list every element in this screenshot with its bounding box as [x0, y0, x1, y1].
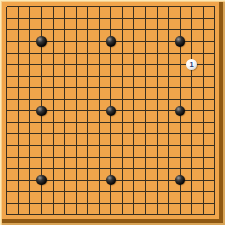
board-point[interactable]: [1, 128, 13, 140]
board-point[interactable]: [93, 59, 105, 71]
board-point[interactable]: [13, 47, 25, 59]
board-point[interactable]: [140, 186, 152, 198]
board-point[interactable]: [117, 186, 129, 198]
board-point[interactable]: [24, 140, 36, 152]
board-point[interactable]: [82, 36, 94, 48]
board-point[interactable]: [140, 163, 152, 175]
board-point[interactable]: [128, 140, 140, 152]
board-point[interactable]: [36, 24, 48, 36]
board-point[interactable]: [82, 93, 94, 105]
board-point[interactable]: [82, 197, 94, 209]
board-point[interactable]: [174, 140, 186, 152]
board-point[interactable]: [82, 82, 94, 94]
board-point[interactable]: [36, 82, 48, 94]
board-point[interactable]: [151, 82, 163, 94]
board-point[interactable]: [140, 13, 152, 25]
board-point[interactable]: [13, 140, 25, 152]
board-point[interactable]: [174, 59, 186, 71]
board-point[interactable]: [209, 82, 221, 94]
board-point[interactable]: [105, 105, 117, 117]
board-point[interactable]: [59, 36, 71, 48]
board-point[interactable]: [209, 209, 221, 221]
board-point[interactable]: [186, 70, 198, 82]
board-point[interactable]: [128, 128, 140, 140]
board-point[interactable]: [117, 70, 129, 82]
board-point[interactable]: [163, 209, 175, 221]
board-point[interactable]: [70, 13, 82, 25]
board-point[interactable]: [117, 163, 129, 175]
board-point[interactable]: [140, 36, 152, 48]
board-point[interactable]: [59, 82, 71, 94]
board-point[interactable]: [209, 151, 221, 163]
board-point[interactable]: [13, 151, 25, 163]
board-point[interactable]: [197, 209, 209, 221]
board-point[interactable]: [24, 197, 36, 209]
board-point[interactable]: [174, 128, 186, 140]
board-point[interactable]: [1, 151, 13, 163]
board-point[interactable]: [151, 105, 163, 117]
board-point[interactable]: [186, 186, 198, 198]
board-point[interactable]: [70, 163, 82, 175]
board-point[interactable]: [59, 117, 71, 129]
board-point[interactable]: [174, 82, 186, 94]
board-point[interactable]: [59, 209, 71, 221]
board-point[interactable]: [59, 59, 71, 71]
board-point[interactable]: [163, 1, 175, 13]
board-point[interactable]: [105, 24, 117, 36]
board-point[interactable]: [197, 59, 209, 71]
board-point[interactable]: [128, 1, 140, 13]
board-point[interactable]: [1, 13, 13, 25]
board-point[interactable]: [36, 93, 48, 105]
board-point[interactable]: [197, 151, 209, 163]
board-point[interactable]: [70, 174, 82, 186]
board-point[interactable]: [82, 117, 94, 129]
board-point[interactable]: [93, 163, 105, 175]
board-point[interactable]: [59, 128, 71, 140]
board-point[interactable]: [128, 197, 140, 209]
board-point[interactable]: [163, 163, 175, 175]
board-point[interactable]: [70, 36, 82, 48]
board-point[interactable]: [82, 163, 94, 175]
board-point[interactable]: [163, 70, 175, 82]
board-point[interactable]: [151, 128, 163, 140]
board-point[interactable]: [117, 209, 129, 221]
board-point[interactable]: [13, 117, 25, 129]
board-point[interactable]: [186, 163, 198, 175]
board-point[interactable]: [105, 128, 117, 140]
board-point[interactable]: [105, 1, 117, 13]
board-point[interactable]: [13, 13, 25, 25]
board-point[interactable]: [93, 47, 105, 59]
board-point[interactable]: [36, 209, 48, 221]
board-point[interactable]: [197, 163, 209, 175]
board-point[interactable]: [186, 82, 198, 94]
board-point[interactable]: [163, 82, 175, 94]
board-point[interactable]: [36, 59, 48, 71]
board-point[interactable]: [13, 24, 25, 36]
board-point[interactable]: [105, 13, 117, 25]
board-point[interactable]: [174, 174, 186, 186]
board-point[interactable]: [209, 1, 221, 13]
board-point[interactable]: [59, 93, 71, 105]
board-point[interactable]: [163, 36, 175, 48]
board-point[interactable]: [93, 174, 105, 186]
board-point[interactable]: [140, 151, 152, 163]
board-point[interactable]: [186, 24, 198, 36]
board-point[interactable]: [70, 1, 82, 13]
board-point[interactable]: [174, 186, 186, 198]
board-point[interactable]: [93, 140, 105, 152]
board-point[interactable]: [163, 151, 175, 163]
board-point[interactable]: [140, 197, 152, 209]
board-point[interactable]: [70, 209, 82, 221]
board-point[interactable]: [151, 209, 163, 221]
board-point[interactable]: [151, 163, 163, 175]
board-point[interactable]: [70, 186, 82, 198]
board-point[interactable]: [197, 174, 209, 186]
board-point[interactable]: [105, 117, 117, 129]
board-point[interactable]: [59, 70, 71, 82]
board-point[interactable]: [197, 128, 209, 140]
board-point[interactable]: [1, 24, 13, 36]
board-point[interactable]: [174, 151, 186, 163]
board-point[interactable]: [47, 209, 59, 221]
board-point[interactable]: [140, 174, 152, 186]
board-point[interactable]: [1, 186, 13, 198]
board-point[interactable]: [151, 47, 163, 59]
board-point[interactable]: [59, 140, 71, 152]
board-point[interactable]: [93, 209, 105, 221]
board-point[interactable]: [47, 105, 59, 117]
board-point[interactable]: [13, 59, 25, 71]
board-point[interactable]: [105, 82, 117, 94]
board-point[interactable]: [24, 82, 36, 94]
board-point[interactable]: [186, 117, 198, 129]
board-point[interactable]: [36, 197, 48, 209]
board-point[interactable]: [163, 93, 175, 105]
board-point[interactable]: [13, 70, 25, 82]
board-point[interactable]: [70, 93, 82, 105]
board-point[interactable]: [105, 70, 117, 82]
board-point[interactable]: [36, 105, 48, 117]
board-point[interactable]: [36, 174, 48, 186]
board-point[interactable]: [140, 70, 152, 82]
board-point[interactable]: [93, 13, 105, 25]
board-point[interactable]: [151, 70, 163, 82]
board-point[interactable]: [105, 174, 117, 186]
board-point[interactable]: [1, 47, 13, 59]
board-point[interactable]: [140, 128, 152, 140]
board-point[interactable]: [13, 163, 25, 175]
board-point[interactable]: [59, 105, 71, 117]
board-point[interactable]: [82, 186, 94, 198]
board-point[interactable]: [163, 174, 175, 186]
board-point[interactable]: [70, 140, 82, 152]
board-point[interactable]: [174, 105, 186, 117]
board-point[interactable]: [163, 117, 175, 129]
board-point[interactable]: [47, 128, 59, 140]
board-point[interactable]: [209, 128, 221, 140]
board-point[interactable]: [1, 59, 13, 71]
board-point[interactable]: [59, 174, 71, 186]
board-point[interactable]: [36, 140, 48, 152]
board-point[interactable]: [163, 105, 175, 117]
board-point[interactable]: [93, 197, 105, 209]
board-point[interactable]: [117, 24, 129, 36]
board-point[interactable]: [197, 70, 209, 82]
board-point[interactable]: [105, 59, 117, 71]
board-point[interactable]: [117, 197, 129, 209]
board-point[interactable]: [151, 24, 163, 36]
board-point[interactable]: [140, 209, 152, 221]
board-point[interactable]: [59, 47, 71, 59]
board-point[interactable]: [186, 209, 198, 221]
board-point[interactable]: [47, 70, 59, 82]
board-point[interactable]: [209, 93, 221, 105]
board-point[interactable]: [197, 82, 209, 94]
board-point[interactable]: [163, 13, 175, 25]
board-point[interactable]: [197, 13, 209, 25]
board-point[interactable]: [93, 1, 105, 13]
board-point[interactable]: [1, 209, 13, 221]
board-point[interactable]: [117, 36, 129, 48]
board-point[interactable]: [82, 151, 94, 163]
board-point[interactable]: [209, 197, 221, 209]
board-point[interactable]: [128, 174, 140, 186]
board-point[interactable]: [140, 24, 152, 36]
board-point[interactable]: [117, 59, 129, 71]
board-point[interactable]: [24, 163, 36, 175]
board-point[interactable]: [47, 174, 59, 186]
board-point[interactable]: [93, 24, 105, 36]
board-point[interactable]: [197, 117, 209, 129]
board-point[interactable]: [209, 105, 221, 117]
board-point[interactable]: [128, 82, 140, 94]
board-point[interactable]: [151, 13, 163, 25]
board-point[interactable]: [209, 163, 221, 175]
board-point[interactable]: [93, 36, 105, 48]
board-point[interactable]: [151, 1, 163, 13]
board-point[interactable]: [13, 186, 25, 198]
board-point[interactable]: [13, 197, 25, 209]
board-point[interactable]: [59, 163, 71, 175]
board-point[interactable]: [151, 197, 163, 209]
board-point[interactable]: [82, 24, 94, 36]
board-point[interactable]: [47, 151, 59, 163]
board-point[interactable]: [70, 117, 82, 129]
board-point[interactable]: [93, 186, 105, 198]
board-point[interactable]: [1, 70, 13, 82]
board-point[interactable]: [117, 174, 129, 186]
board-point[interactable]: [93, 70, 105, 82]
board-point[interactable]: [128, 59, 140, 71]
board-point[interactable]: [70, 105, 82, 117]
board-point[interactable]: [163, 47, 175, 59]
board-point[interactable]: [70, 82, 82, 94]
board-point[interactable]: [117, 140, 129, 152]
board-point[interactable]: [163, 128, 175, 140]
board-point[interactable]: [36, 47, 48, 59]
board-point[interactable]: [117, 151, 129, 163]
board-point[interactable]: [128, 93, 140, 105]
board-point[interactable]: [128, 47, 140, 59]
board-point[interactable]: [174, 209, 186, 221]
board-point[interactable]: [82, 1, 94, 13]
board-point[interactable]: [1, 163, 13, 175]
board-point[interactable]: [82, 59, 94, 71]
board-point[interactable]: [209, 174, 221, 186]
board-point[interactable]: [186, 128, 198, 140]
board-point[interactable]: [24, 186, 36, 198]
board-point[interactable]: [36, 36, 48, 48]
board-point[interactable]: [197, 186, 209, 198]
board-point[interactable]: [174, 36, 186, 48]
board-point[interactable]: [47, 197, 59, 209]
board-point[interactable]: [59, 1, 71, 13]
board-point[interactable]: [140, 105, 152, 117]
board-point[interactable]: [59, 24, 71, 36]
board-point[interactable]: [93, 117, 105, 129]
board-point[interactable]: [82, 70, 94, 82]
board-point[interactable]: [36, 70, 48, 82]
board-point[interactable]: [186, 151, 198, 163]
board-point[interactable]: [70, 59, 82, 71]
board-point[interactable]: [128, 24, 140, 36]
board-point[interactable]: [47, 93, 59, 105]
board-point[interactable]: [186, 47, 198, 59]
board-point[interactable]: [209, 24, 221, 36]
board-point[interactable]: [82, 13, 94, 25]
board-point[interactable]: [24, 174, 36, 186]
board-point[interactable]: [197, 93, 209, 105]
board-point[interactable]: [13, 1, 25, 13]
board-point[interactable]: 1: [186, 59, 198, 71]
board-point[interactable]: [209, 36, 221, 48]
board-point[interactable]: [70, 151, 82, 163]
board-point[interactable]: [24, 93, 36, 105]
board-point[interactable]: [13, 82, 25, 94]
board-point[interactable]: [70, 47, 82, 59]
board-point[interactable]: [1, 1, 13, 13]
board-point[interactable]: [36, 186, 48, 198]
board-point[interactable]: [82, 174, 94, 186]
board-point[interactable]: [128, 209, 140, 221]
board-point[interactable]: [36, 13, 48, 25]
board-point[interactable]: [47, 1, 59, 13]
board-point[interactable]: [128, 151, 140, 163]
board-point[interactable]: [209, 117, 221, 129]
board-point[interactable]: [47, 59, 59, 71]
board-point[interactable]: [105, 186, 117, 198]
board-point[interactable]: [24, 13, 36, 25]
board-point[interactable]: [24, 128, 36, 140]
board-point[interactable]: [24, 209, 36, 221]
board-point[interactable]: [128, 13, 140, 25]
board-point[interactable]: [128, 36, 140, 48]
board-point[interactable]: [59, 186, 71, 198]
board-point[interactable]: [82, 128, 94, 140]
board-point[interactable]: [186, 174, 198, 186]
board-point[interactable]: [151, 186, 163, 198]
board-point[interactable]: [82, 209, 94, 221]
board-point[interactable]: [151, 174, 163, 186]
board-point[interactable]: [117, 82, 129, 94]
board-point[interactable]: [93, 151, 105, 163]
board-point[interactable]: [1, 197, 13, 209]
board-point[interactable]: [105, 93, 117, 105]
board-point[interactable]: [186, 1, 198, 13]
board-point[interactable]: [174, 70, 186, 82]
board-point[interactable]: [163, 197, 175, 209]
board-point[interactable]: [24, 24, 36, 36]
board-point[interactable]: [174, 24, 186, 36]
board-point[interactable]: [93, 82, 105, 94]
board-point[interactable]: [163, 186, 175, 198]
board-point[interactable]: [13, 209, 25, 221]
board-point[interactable]: [13, 128, 25, 140]
board-point[interactable]: [47, 140, 59, 152]
board-point[interactable]: [209, 70, 221, 82]
board-point[interactable]: [174, 13, 186, 25]
board-point[interactable]: [117, 117, 129, 129]
board-point[interactable]: [70, 70, 82, 82]
board-point[interactable]: [24, 36, 36, 48]
board-point[interactable]: [209, 140, 221, 152]
board-point[interactable]: [140, 47, 152, 59]
board-point[interactable]: [105, 197, 117, 209]
board-point[interactable]: [70, 128, 82, 140]
board-point[interactable]: [47, 163, 59, 175]
board-point[interactable]: [24, 151, 36, 163]
board-point[interactable]: [105, 151, 117, 163]
board-point[interactable]: [174, 1, 186, 13]
board-point[interactable]: [36, 151, 48, 163]
board-point[interactable]: [36, 128, 48, 140]
board-point[interactable]: [197, 47, 209, 59]
board-point[interactable]: [209, 186, 221, 198]
board-point[interactable]: [1, 36, 13, 48]
board-point[interactable]: [197, 24, 209, 36]
board-point[interactable]: [105, 47, 117, 59]
board-point[interactable]: [209, 47, 221, 59]
board-point[interactable]: [36, 1, 48, 13]
board-point[interactable]: [151, 140, 163, 152]
board-point[interactable]: [186, 36, 198, 48]
board-point[interactable]: [163, 59, 175, 71]
board-point[interactable]: [186, 197, 198, 209]
board-point[interactable]: [47, 82, 59, 94]
board-point[interactable]: [70, 197, 82, 209]
board-point[interactable]: [105, 163, 117, 175]
board-point[interactable]: [140, 117, 152, 129]
board-point[interactable]: [93, 128, 105, 140]
board-point[interactable]: [59, 197, 71, 209]
board-point[interactable]: [117, 1, 129, 13]
board-point[interactable]: [151, 117, 163, 129]
board-point[interactable]: [82, 140, 94, 152]
board-point[interactable]: [47, 24, 59, 36]
board-point[interactable]: [105, 209, 117, 221]
board-point[interactable]: [36, 117, 48, 129]
board-point[interactable]: [117, 13, 129, 25]
board-point[interactable]: [82, 47, 94, 59]
board-point[interactable]: [24, 105, 36, 117]
board-point[interactable]: [117, 105, 129, 117]
board-point[interactable]: [47, 36, 59, 48]
board-point[interactable]: [105, 140, 117, 152]
board-point[interactable]: [36, 163, 48, 175]
